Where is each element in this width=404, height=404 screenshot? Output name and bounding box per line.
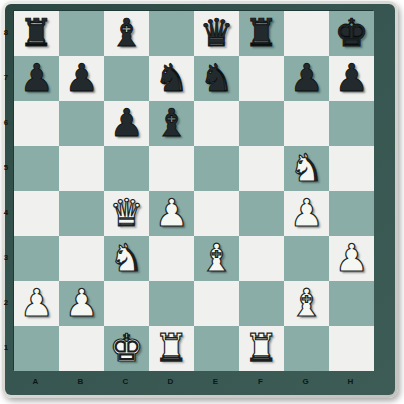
- square-a3[interactable]: [14, 236, 59, 281]
- black-bishop-icon: ♝: [104, 11, 149, 56]
- square-a6[interactable]: [14, 101, 59, 146]
- white-rook-icon: ♜: [239, 326, 284, 371]
- square-c1[interactable]: ♚: [104, 326, 149, 371]
- square-d1[interactable]: ♜: [149, 326, 194, 371]
- black-rook-icon: ♜: [14, 11, 59, 56]
- square-c8[interactable]: ♝: [104, 11, 149, 56]
- square-a8[interactable]: ♜: [14, 11, 59, 56]
- file-label-b: B: [58, 371, 103, 391]
- square-c4[interactable]: ♛: [104, 191, 149, 236]
- black-pawn-icon: ♟: [329, 56, 374, 101]
- white-bishop-icon: ♝: [284, 281, 329, 326]
- square-c6[interactable]: ♟: [104, 101, 149, 146]
- black-knight-icon: ♞: [194, 56, 239, 101]
- black-king-icon: ♚: [329, 11, 374, 56]
- black-pawn-icon: ♟: [59, 56, 104, 101]
- file-label-c: C: [103, 371, 148, 391]
- square-h4[interactable]: [329, 191, 374, 236]
- square-a2[interactable]: ♟: [14, 281, 59, 326]
- square-f4[interactable]: [239, 191, 284, 236]
- black-pawn-icon: ♟: [284, 56, 329, 101]
- square-h5[interactable]: [329, 146, 374, 191]
- square-f6[interactable]: [239, 101, 284, 146]
- square-g2[interactable]: ♝: [284, 281, 329, 326]
- file-label-e: E: [193, 371, 238, 391]
- file-label-f: F: [238, 371, 283, 391]
- square-f3[interactable]: [239, 236, 284, 281]
- square-e8[interactable]: ♛: [194, 11, 239, 56]
- square-b3[interactable]: [59, 236, 104, 281]
- file-label-h: H: [328, 371, 373, 391]
- black-knight-icon: ♞: [149, 56, 194, 101]
- square-e2[interactable]: [194, 281, 239, 326]
- file-labels: ABCDEFGH: [13, 371, 373, 391]
- square-f8[interactable]: ♜: [239, 11, 284, 56]
- white-pawn-icon: ♟: [149, 191, 194, 236]
- square-e4[interactable]: [194, 191, 239, 236]
- square-d8[interactable]: [149, 11, 194, 56]
- rank-label-6: 6: [0, 100, 12, 145]
- white-pawn-icon: ♟: [284, 191, 329, 236]
- square-h8[interactable]: ♚: [329, 11, 374, 56]
- black-pawn-icon: ♟: [14, 56, 59, 101]
- square-d6[interactable]: ♝: [149, 101, 194, 146]
- white-pawn-icon: ♟: [14, 281, 59, 326]
- square-d5[interactable]: [149, 146, 194, 191]
- rank-label-3: 3: [0, 235, 12, 280]
- square-a5[interactable]: [14, 146, 59, 191]
- square-b5[interactable]: [59, 146, 104, 191]
- white-knight-icon: ♞: [104, 236, 149, 281]
- white-pawn-icon: ♟: [59, 281, 104, 326]
- square-c3[interactable]: ♞: [104, 236, 149, 281]
- square-e7[interactable]: ♞: [194, 56, 239, 101]
- white-king-icon: ♚: [104, 326, 149, 371]
- square-g5[interactable]: ♞: [284, 146, 329, 191]
- square-h3[interactable]: ♟: [329, 236, 374, 281]
- square-b2[interactable]: ♟: [59, 281, 104, 326]
- file-label-a: A: [13, 371, 58, 391]
- file-label-g: G: [283, 371, 328, 391]
- square-h6[interactable]: [329, 101, 374, 146]
- square-c5[interactable]: [104, 146, 149, 191]
- square-b4[interactable]: [59, 191, 104, 236]
- square-e5[interactable]: [194, 146, 239, 191]
- square-f2[interactable]: [239, 281, 284, 326]
- rank-label-2: 2: [0, 280, 12, 325]
- square-d4[interactable]: ♟: [149, 191, 194, 236]
- rank-label-5: 5: [0, 145, 12, 190]
- square-b7[interactable]: ♟: [59, 56, 104, 101]
- rank-label-8: 8: [0, 10, 12, 55]
- square-g3[interactable]: [284, 236, 329, 281]
- white-queen-icon: ♛: [104, 191, 149, 236]
- square-d3[interactable]: [149, 236, 194, 281]
- square-e3[interactable]: ♝: [194, 236, 239, 281]
- black-pawn-icon: ♟: [104, 101, 149, 146]
- square-g6[interactable]: [284, 101, 329, 146]
- square-g8[interactable]: [284, 11, 329, 56]
- black-bishop-icon: ♝: [149, 101, 194, 146]
- white-bishop-icon: ♝: [194, 236, 239, 281]
- white-knight-icon: ♞: [284, 146, 329, 191]
- square-e1[interactable]: [194, 326, 239, 371]
- rank-label-4: 4: [0, 190, 12, 235]
- square-d7[interactable]: ♞: [149, 56, 194, 101]
- black-queen-icon: ♛: [194, 11, 239, 56]
- square-f1[interactable]: ♜: [239, 326, 284, 371]
- square-b6[interactable]: [59, 101, 104, 146]
- white-rook-icon: ♜: [149, 326, 194, 371]
- square-g4[interactable]: ♟: [284, 191, 329, 236]
- square-e6[interactable]: [194, 101, 239, 146]
- square-f7[interactable]: [239, 56, 284, 101]
- square-b8[interactable]: [59, 11, 104, 56]
- square-a1[interactable]: [14, 326, 59, 371]
- square-a4[interactable]: [14, 191, 59, 236]
- square-b1[interactable]: [59, 326, 104, 371]
- square-f5[interactable]: [239, 146, 284, 191]
- rank-labels: 87654321: [0, 10, 13, 370]
- square-h2[interactable]: [329, 281, 374, 326]
- rank-label-7: 7: [0, 55, 12, 100]
- square-c7[interactable]: [104, 56, 149, 101]
- square-d2[interactable]: [149, 281, 194, 326]
- white-pawn-icon: ♟: [329, 236, 374, 281]
- square-h1[interactable]: [329, 326, 374, 371]
- square-c2[interactable]: [104, 281, 149, 326]
- black-rook-icon: ♜: [239, 11, 284, 56]
- square-h7[interactable]: ♟: [329, 56, 374, 101]
- square-a7[interactable]: ♟: [14, 56, 59, 101]
- chess-board: ♜♝♛♜♚♟♟♞♞♟♟♟♝♞♛♟♟♞♝♟♟♟♝♚♜♜: [13, 10, 373, 370]
- rank-label-1: 1: [0, 325, 12, 370]
- file-label-d: D: [148, 371, 193, 391]
- square-g1[interactable]: [284, 326, 329, 371]
- square-g7[interactable]: ♟: [284, 56, 329, 101]
